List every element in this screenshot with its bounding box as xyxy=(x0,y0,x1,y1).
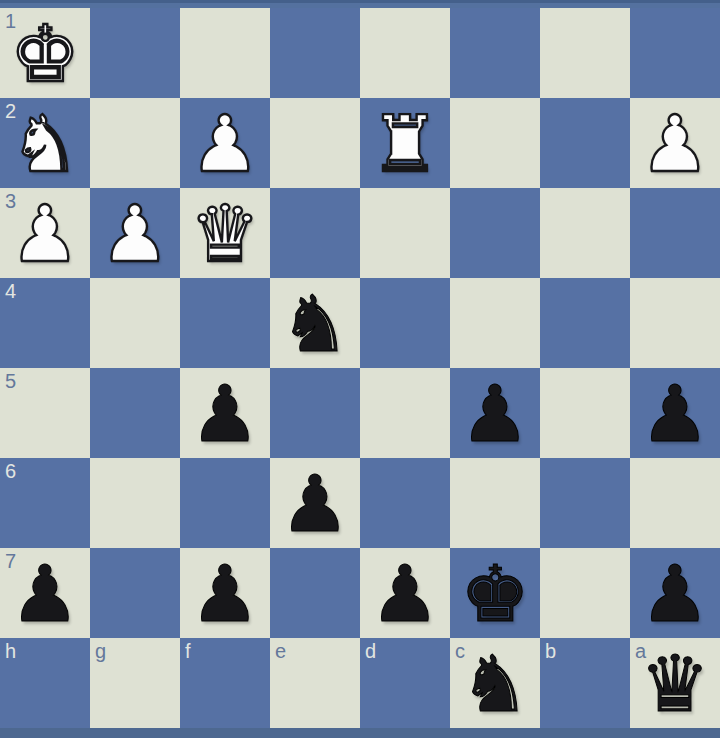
square-d1[interactable] xyxy=(360,8,450,98)
square-c4[interactable] xyxy=(450,278,540,368)
square-b4[interactable] xyxy=(540,278,630,368)
square-g6[interactable] xyxy=(90,458,180,548)
square-d3[interactable] xyxy=(360,188,450,278)
rank-label-4: 4 xyxy=(5,279,16,303)
square-c3[interactable] xyxy=(450,188,540,278)
square-b6[interactable] xyxy=(540,458,630,548)
square-c8[interactable]: c♞ xyxy=(450,638,540,728)
square-a7[interactable]: ♟ xyxy=(630,548,720,638)
square-f8[interactable]: f xyxy=(180,638,270,728)
square-e1[interactable] xyxy=(270,8,360,98)
file-label-g: g xyxy=(95,639,106,663)
square-c7[interactable]: ♚ xyxy=(450,548,540,638)
white-queen[interactable]: ♛ xyxy=(180,189,270,279)
square-g5[interactable] xyxy=(90,368,180,458)
square-h5[interactable]: 5 xyxy=(0,368,90,458)
black-queen[interactable]: ♛ xyxy=(630,639,720,729)
square-c5[interactable]: ♟ xyxy=(450,368,540,458)
black-pawn[interactable]: ♟ xyxy=(180,369,270,459)
square-b5[interactable] xyxy=(540,368,630,458)
square-d2[interactable]: ♜ xyxy=(360,98,450,188)
file-label-e: e xyxy=(275,639,286,663)
white-pawn[interactable]: ♟ xyxy=(180,99,270,189)
black-knight[interactable]: ♞ xyxy=(270,279,360,369)
chess-app-screen: 1♚2♞♟♜♟3♟♟♛4♞5♟♟♟6♟7♟♟♟♚♟hgfedc♞ba♛ xyxy=(0,0,720,738)
black-pawn[interactable]: ♟ xyxy=(0,549,90,639)
rank-label-6: 6 xyxy=(5,459,16,483)
square-e8[interactable]: e xyxy=(270,638,360,728)
square-f4[interactable] xyxy=(180,278,270,368)
square-a2[interactable]: ♟ xyxy=(630,98,720,188)
square-d5[interactable] xyxy=(360,368,450,458)
square-f2[interactable]: ♟ xyxy=(180,98,270,188)
square-h4[interactable]: 4 xyxy=(0,278,90,368)
square-h2[interactable]: 2♞ xyxy=(0,98,90,188)
square-e3[interactable] xyxy=(270,188,360,278)
file-label-h: h xyxy=(5,639,16,663)
square-b8[interactable]: b xyxy=(540,638,630,728)
chess-board: 1♚2♞♟♜♟3♟♟♛4♞5♟♟♟6♟7♟♟♟♚♟hgfedc♞ba♛ xyxy=(0,8,720,728)
square-b3[interactable] xyxy=(540,188,630,278)
square-e7[interactable] xyxy=(270,548,360,638)
square-a5[interactable]: ♟ xyxy=(630,368,720,458)
square-a6[interactable] xyxy=(630,458,720,548)
black-pawn[interactable]: ♟ xyxy=(630,549,720,639)
black-pawn[interactable]: ♟ xyxy=(450,369,540,459)
square-c1[interactable] xyxy=(450,8,540,98)
square-e5[interactable] xyxy=(270,368,360,458)
top-edge-bar xyxy=(0,0,720,8)
rank-label-5: 5 xyxy=(5,369,16,393)
square-f3[interactable]: ♛ xyxy=(180,188,270,278)
file-label-f: f xyxy=(185,639,191,663)
square-g3[interactable]: ♟ xyxy=(90,188,180,278)
square-c6[interactable] xyxy=(450,458,540,548)
square-d6[interactable] xyxy=(360,458,450,548)
black-pawn[interactable]: ♟ xyxy=(630,369,720,459)
white-pawn[interactable]: ♟ xyxy=(630,99,720,189)
white-knight[interactable]: ♞ xyxy=(0,99,90,189)
square-g1[interactable] xyxy=(90,8,180,98)
square-c2[interactable] xyxy=(450,98,540,188)
square-d8[interactable]: d xyxy=(360,638,450,728)
black-pawn[interactable]: ♟ xyxy=(360,549,450,639)
square-b2[interactable] xyxy=(540,98,630,188)
file-label-d: d xyxy=(365,639,376,663)
black-knight[interactable]: ♞ xyxy=(450,639,540,729)
square-g8[interactable]: g xyxy=(90,638,180,728)
square-h8[interactable]: h xyxy=(0,638,90,728)
square-a1[interactable] xyxy=(630,8,720,98)
square-h6[interactable]: 6 xyxy=(0,458,90,548)
square-f5[interactable]: ♟ xyxy=(180,368,270,458)
square-e6[interactable]: ♟ xyxy=(270,458,360,548)
square-d4[interactable] xyxy=(360,278,450,368)
square-a4[interactable] xyxy=(630,278,720,368)
square-f1[interactable] xyxy=(180,8,270,98)
square-g4[interactable] xyxy=(90,278,180,368)
white-pawn[interactable]: ♟ xyxy=(90,189,180,279)
square-g2[interactable] xyxy=(90,98,180,188)
black-king[interactable]: ♚ xyxy=(450,549,540,639)
square-f7[interactable]: ♟ xyxy=(180,548,270,638)
white-pawn[interactable]: ♟ xyxy=(0,189,90,279)
bottom-edge-bar xyxy=(0,728,720,738)
square-h3[interactable]: 3♟ xyxy=(0,188,90,278)
square-f6[interactable] xyxy=(180,458,270,548)
square-e2[interactable] xyxy=(270,98,360,188)
square-a8[interactable]: a♛ xyxy=(630,638,720,728)
black-pawn[interactable]: ♟ xyxy=(180,549,270,639)
square-h1[interactable]: 1♚ xyxy=(0,8,90,98)
square-e4[interactable]: ♞ xyxy=(270,278,360,368)
square-b7[interactable] xyxy=(540,548,630,638)
square-d7[interactable]: ♟ xyxy=(360,548,450,638)
white-king[interactable]: ♚ xyxy=(0,9,90,99)
square-b1[interactable] xyxy=(540,8,630,98)
square-a3[interactable] xyxy=(630,188,720,278)
black-pawn[interactable]: ♟ xyxy=(270,459,360,549)
file-label-b: b xyxy=(545,639,556,663)
square-g7[interactable] xyxy=(90,548,180,638)
square-h7[interactable]: 7♟ xyxy=(0,548,90,638)
white-rook[interactable]: ♜ xyxy=(360,99,450,189)
